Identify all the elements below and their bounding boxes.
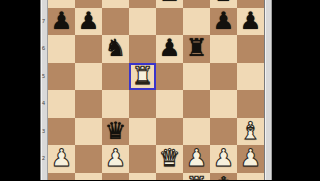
square-f7[interactable] xyxy=(183,8,210,36)
square-g3[interactable] xyxy=(210,118,237,146)
square-f2[interactable]: ♟ xyxy=(183,145,210,173)
piece-black-pawn[interactable]: ♟ xyxy=(78,8,100,36)
square-d3[interactable] xyxy=(129,118,156,146)
square-g6[interactable] xyxy=(210,35,237,63)
rank-label-4: 4 xyxy=(41,90,47,118)
square-f1[interactable]: ♜ xyxy=(183,173,210,181)
square-h7[interactable]: ♟ xyxy=(237,8,264,36)
square-h4[interactable] xyxy=(237,90,264,118)
piece-black-rook[interactable]: ♜ xyxy=(159,0,181,8)
square-d8[interactable] xyxy=(129,0,156,8)
square-h5[interactable] xyxy=(237,63,264,91)
square-g5[interactable] xyxy=(210,63,237,91)
chess-board: 87654321 ♜♚♟♟♟♟♞♟♜♜♛♝♟♟♛♟♟♟♜♚ xyxy=(40,0,272,180)
square-c5[interactable] xyxy=(102,63,129,91)
square-b6[interactable] xyxy=(75,35,102,63)
square-c1[interactable] xyxy=(102,173,129,181)
video-frame: 87654321 ♜♚♟♟♟♟♞♟♜♜♛♝♟♟♛♟♟♟♜♚ xyxy=(0,0,320,180)
square-g2[interactable]: ♟ xyxy=(210,145,237,173)
square-a3[interactable] xyxy=(48,118,75,146)
piece-black-pawn[interactable]: ♟ xyxy=(51,8,73,36)
square-h1[interactable] xyxy=(237,173,264,181)
square-e8[interactable]: ♜ xyxy=(156,0,183,8)
piece-white-pawn[interactable]: ♟ xyxy=(213,145,235,173)
piece-black-knight[interactable]: ♞ xyxy=(105,35,127,63)
square-d6[interactable] xyxy=(129,35,156,63)
square-e3[interactable] xyxy=(156,118,183,146)
square-b1[interactable] xyxy=(75,173,102,181)
square-e7[interactable] xyxy=(156,8,183,36)
piece-black-rook[interactable]: ♜ xyxy=(186,35,208,63)
rank-label-8: 8 xyxy=(41,0,47,8)
rank-label-7: 7 xyxy=(41,8,47,36)
rank-label-1: 1 xyxy=(41,173,47,181)
piece-white-pawn[interactable]: ♟ xyxy=(51,145,73,173)
square-b5[interactable] xyxy=(75,63,102,91)
square-d4[interactable] xyxy=(129,90,156,118)
square-d5[interactable]: ♜ xyxy=(129,63,156,91)
square-g4[interactable] xyxy=(210,90,237,118)
piece-white-rook[interactable]: ♜ xyxy=(132,63,154,91)
square-c3[interactable]: ♛ xyxy=(102,118,129,146)
square-f8[interactable] xyxy=(183,0,210,8)
square-a6[interactable] xyxy=(48,35,75,63)
square-a7[interactable]: ♟ xyxy=(48,8,75,36)
square-g7[interactable]: ♟ xyxy=(210,8,237,36)
square-a4[interactable] xyxy=(48,90,75,118)
rank-label-2: 2 xyxy=(41,145,47,173)
piece-black-pawn[interactable]: ♟ xyxy=(240,8,262,36)
square-c2[interactable]: ♟ xyxy=(102,145,129,173)
square-e1[interactable] xyxy=(156,173,183,181)
square-f5[interactable] xyxy=(183,63,210,91)
square-e6[interactable]: ♟ xyxy=(156,35,183,63)
square-b4[interactable] xyxy=(75,90,102,118)
piece-white-queen[interactable]: ♛ xyxy=(159,145,181,173)
square-f4[interactable] xyxy=(183,90,210,118)
board-frame-rank-labels: 87654321 xyxy=(40,0,48,180)
square-d7[interactable] xyxy=(129,8,156,36)
piece-black-pawn[interactable]: ♟ xyxy=(213,8,235,36)
square-e4[interactable] xyxy=(156,90,183,118)
piece-white-pawn[interactable]: ♟ xyxy=(240,145,262,173)
square-f6[interactable]: ♜ xyxy=(183,35,210,63)
piece-white-king[interactable]: ♚ xyxy=(213,173,235,181)
square-c7[interactable] xyxy=(102,8,129,36)
square-g1[interactable]: ♚ xyxy=(210,173,237,181)
square-e5[interactable] xyxy=(156,63,183,91)
square-d2[interactable] xyxy=(129,145,156,173)
piece-white-pawn[interactable]: ♟ xyxy=(105,145,127,173)
rank-label-5: 5 xyxy=(41,63,47,91)
square-f3[interactable] xyxy=(183,118,210,146)
square-a2[interactable]: ♟ xyxy=(48,145,75,173)
rank-label-3: 3 xyxy=(41,118,47,146)
square-d1[interactable] xyxy=(129,173,156,181)
piece-black-queen[interactable]: ♛ xyxy=(105,118,127,146)
square-c4[interactable] xyxy=(102,90,129,118)
square-c6[interactable]: ♞ xyxy=(102,35,129,63)
square-a5[interactable] xyxy=(48,63,75,91)
piece-white-bishop[interactable]: ♝ xyxy=(240,118,262,146)
board-frame-right xyxy=(264,0,272,180)
square-h3[interactable]: ♝ xyxy=(237,118,264,146)
piece-black-pawn[interactable]: ♟ xyxy=(159,35,181,63)
square-h6[interactable] xyxy=(237,35,264,63)
rank-label-6: 6 xyxy=(41,35,47,63)
piece-white-rook[interactable]: ♜ xyxy=(186,173,208,181)
square-h2[interactable]: ♟ xyxy=(237,145,264,173)
piece-white-pawn[interactable]: ♟ xyxy=(186,145,208,173)
square-b3[interactable] xyxy=(75,118,102,146)
board-grid: ♜♚♟♟♟♟♞♟♜♜♛♝♟♟♛♟♟♟♜♚ xyxy=(48,0,264,180)
square-b2[interactable] xyxy=(75,145,102,173)
square-a1[interactable] xyxy=(48,173,75,181)
square-b7[interactable]: ♟ xyxy=(75,8,102,36)
square-e2[interactable]: ♛ xyxy=(156,145,183,173)
square-c8[interactable] xyxy=(102,0,129,8)
